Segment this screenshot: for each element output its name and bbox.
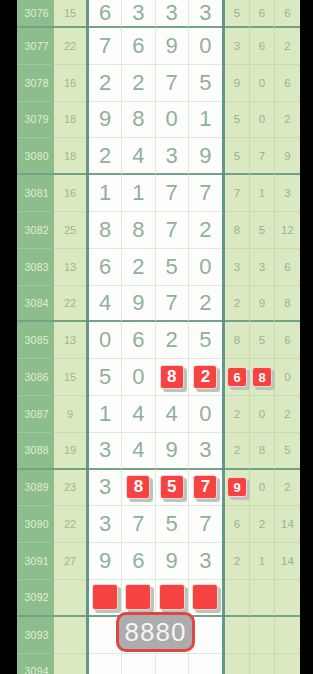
highlighted-digit: 7 [193, 475, 217, 499]
stat-cell: 6 [225, 506, 250, 543]
draw-row: 3077 22 7 6 9 0 3 6 2 [17, 28, 300, 65]
draw-row: 3084 22 4 9 7 2 2 9 8 [17, 286, 300, 323]
issue-number-cell: 3076 [17, 0, 54, 28]
digit-cell: 0 [122, 359, 155, 396]
draw-row: 3078 16 2 2 7 5 9 0 6 [17, 65, 300, 102]
stat-cell [225, 580, 250, 617]
digit-cell: 9 [189, 138, 222, 175]
trend-chart-table: 3076 15 6 3 3 3 5 6 6 3077 22 7 6 9 0 3 … [17, 0, 300, 674]
stat-cell: 5 [225, 0, 250, 28]
issue-number-cell: 3088 [17, 433, 54, 470]
draw-row: 3086 15 5 0 8 2 6 8 0 [17, 359, 300, 396]
stat-cell [250, 580, 275, 617]
issue-number-cell: 3093 [17, 617, 54, 654]
digit-cell [89, 580, 122, 617]
sum-cell [54, 617, 86, 654]
digit-cell: 2 [122, 249, 155, 286]
stat-cell: 2 [275, 470, 300, 507]
stat-cell: 9 [275, 138, 300, 175]
digit-cell: 2 [122, 65, 155, 102]
digit-cell: 7 [122, 506, 155, 543]
sum-cell: 13 [54, 322, 86, 359]
red-marker [159, 584, 185, 610]
stat-cell: 5 [250, 212, 275, 249]
digit-cell: 6 [89, 0, 122, 28]
stat-cell: 8 [250, 433, 275, 470]
draw-row: 3090 22 3 7 5 7 6 2 14 [17, 506, 300, 543]
digit-cell: 2 [89, 138, 122, 175]
stat-cell: 8 [225, 212, 250, 249]
sum-cell: 22 [54, 28, 86, 65]
digit-cell: 6 [122, 543, 155, 580]
issue-number-cell: 3086 [17, 359, 54, 396]
digit-cell: 0 [156, 102, 189, 139]
draw-row: 3080 18 2 4 3 9 5 7 9 [17, 138, 300, 175]
stat-cell: 6 [250, 0, 275, 28]
draw-row: 3087 9 1 4 4 0 2 0 2 [17, 396, 300, 433]
stat-cell: 1 [250, 175, 275, 212]
stat-cell: 9 [225, 65, 250, 102]
issue-number-cell: 3084 [17, 286, 54, 323]
digit-cell: 6 [122, 322, 155, 359]
stat-cell: 6 [275, 0, 300, 28]
digit-cell: 3 [156, 0, 189, 28]
sum-cell: 18 [54, 102, 86, 139]
highlighted-digit: 8 [160, 365, 184, 389]
digit-cell: 0 [189, 28, 222, 65]
draw-row: 3085 13 0 6 2 5 8 5 6 [17, 322, 300, 359]
draw-row: 3081 16 1 1 7 7 7 1 3 [17, 175, 300, 212]
digit-cell: 4 [122, 433, 155, 470]
stat-cell: 8 [250, 359, 275, 396]
issue-number-cell: 3082 [17, 212, 54, 249]
digit-cell: 7 [189, 175, 222, 212]
stat-cell: 7 [225, 175, 250, 212]
stat-cell: 0 [250, 102, 275, 139]
issue-number-cell: 3094 [17, 654, 54, 674]
sum-cell: 9 [54, 396, 86, 433]
issue-number-cell: 3081 [17, 175, 54, 212]
sum-cell: 27 [54, 543, 86, 580]
stat-cell: 2 [225, 286, 250, 323]
digit-cell: 7 [156, 65, 189, 102]
stat-cell: 6 [275, 249, 300, 286]
sum-cell: 19 [54, 433, 86, 470]
issue-number-cell: 3091 [17, 543, 54, 580]
sum-cell [54, 580, 86, 617]
draw-row: 3083 13 6 2 5 0 3 3 6 [17, 249, 300, 286]
digit-cell: 4 [122, 396, 155, 433]
sum-cell: 22 [54, 286, 86, 323]
issue-number-cell: 3090 [17, 506, 54, 543]
stat-cell: 9 [250, 286, 275, 323]
digit-cell: 8 [89, 212, 122, 249]
digit-cell: 7 [189, 506, 222, 543]
digit-cell: 5 [156, 470, 189, 507]
digit-cell: 8 [122, 212, 155, 249]
stat-cell: 2 [275, 102, 300, 139]
digit-cell [89, 654, 122, 674]
digit-cell: 7 [89, 28, 122, 65]
draw-row: 3082 25 8 8 7 2 8 5 12 [17, 212, 300, 249]
sum-cell: 15 [54, 0, 86, 28]
digit-cell: 5 [89, 359, 122, 396]
stat-cell: 3 [275, 175, 300, 212]
stat-cell: 3 [225, 28, 250, 65]
digit-cell: 9 [156, 28, 189, 65]
stat-cell: 5 [250, 322, 275, 359]
stat-cell: 0 [250, 470, 275, 507]
draw-row: 3088 19 3 4 9 3 2 8 5 [17, 433, 300, 470]
digit-cell: 4 [156, 396, 189, 433]
stat-cell: 2 [225, 433, 250, 470]
issue-number-cell: 3077 [17, 28, 54, 65]
digit-cell: 9 [122, 286, 155, 323]
digit-cell: 2 [89, 65, 122, 102]
stat-cell [275, 654, 300, 674]
red-marker [192, 584, 218, 610]
draw-result-overlay: 8880 [116, 612, 195, 652]
draw-row: 3076 15 6 3 3 3 5 6 6 [17, 0, 300, 28]
digit-cell: 3 [189, 0, 222, 28]
digit-cell: 6 [122, 28, 155, 65]
stat-cell: 3 [250, 249, 275, 286]
digit-cell: 0 [189, 249, 222, 286]
digit-cell: 5 [156, 506, 189, 543]
sum-cell: 16 [54, 65, 86, 102]
stat-cell: 0 [250, 65, 275, 102]
stat-cell: 12 [275, 212, 300, 249]
stat-cell: 6 [275, 322, 300, 359]
digit-cell: 8 [156, 359, 189, 396]
digit-cell: 4 [89, 286, 122, 323]
sum-cell: 18 [54, 138, 86, 175]
digit-cell: 9 [156, 433, 189, 470]
stat-cell: 9 [225, 470, 250, 507]
stat-cell: 6 [225, 359, 250, 396]
digit-cell: 5 [156, 249, 189, 286]
highlighted-digit: 6 [227, 367, 247, 387]
issue-number-cell: 3085 [17, 322, 54, 359]
stat-cell [275, 617, 300, 654]
sum-cell: 23 [54, 470, 86, 507]
draw-row: 3094 [17, 654, 300, 674]
stat-cell: 2 [275, 396, 300, 433]
digit-cell: 1 [189, 102, 222, 139]
digit-cell: 7 [189, 470, 222, 507]
digit-cell: 8 [122, 470, 155, 507]
digit-cell: 0 [189, 396, 222, 433]
sum-cell [54, 654, 86, 674]
stat-cell: 14 [275, 506, 300, 543]
digit-cell: 1 [122, 175, 155, 212]
digit-cell: 2 [189, 212, 222, 249]
highlighted-digit: 5 [160, 475, 184, 499]
digit-cell: 5 [189, 65, 222, 102]
highlighted-digit: 8 [126, 475, 150, 499]
highlighted-digit: 8 [252, 367, 272, 387]
stat-cell: 14 [275, 543, 300, 580]
issue-number-cell: 3080 [17, 138, 54, 175]
sum-cell: 22 [54, 506, 86, 543]
digit-cell: 9 [89, 543, 122, 580]
digit-cell: 3 [189, 433, 222, 470]
stat-cell [250, 654, 275, 674]
issue-number-cell: 3083 [17, 249, 54, 286]
stat-cell: 2 [225, 543, 250, 580]
digit-cell: 9 [156, 543, 189, 580]
issue-number-cell: 3089 [17, 470, 54, 507]
stat-cell [225, 654, 250, 674]
stat-cell [275, 580, 300, 617]
stat-cell: 1 [250, 543, 275, 580]
stat-cell: 2 [250, 506, 275, 543]
stat-cell: 5 [225, 138, 250, 175]
issue-number-cell: 3092 [17, 580, 54, 617]
digit-cell: 7 [156, 175, 189, 212]
stat-cell: 5 [275, 433, 300, 470]
highlighted-digit: 9 [227, 477, 247, 497]
digit-cell: 4 [122, 138, 155, 175]
digit-cell [189, 580, 222, 617]
digit-cell: 7 [156, 286, 189, 323]
stat-cell: 8 [275, 286, 300, 323]
sum-cell: 15 [54, 359, 86, 396]
digit-cell: 3 [89, 470, 122, 507]
digit-cell [189, 654, 222, 674]
digit-cell: 8 [122, 102, 155, 139]
digit-cell: 1 [89, 396, 122, 433]
digit-cell: 2 [156, 322, 189, 359]
digit-cell: 0 [89, 322, 122, 359]
stat-cell: 5 [225, 102, 250, 139]
stat-cell: 2 [225, 396, 250, 433]
draw-row: 3091 27 9 6 9 3 2 1 14 [17, 543, 300, 580]
digit-cell: 1 [89, 175, 122, 212]
issue-number-cell: 3079 [17, 102, 54, 139]
issue-number-cell: 3078 [17, 65, 54, 102]
digit-cell: 7 [156, 212, 189, 249]
digit-cell: 5 [189, 322, 222, 359]
stat-cell: 0 [250, 396, 275, 433]
stat-cell: 0 [275, 359, 300, 396]
digit-cell: 3 [122, 0, 155, 28]
sum-cell: 13 [54, 249, 86, 286]
stat-cell: 6 [275, 65, 300, 102]
stat-cell: 6 [250, 28, 275, 65]
digit-cell: 6 [89, 249, 122, 286]
digit-cell: 3 [189, 543, 222, 580]
red-marker [125, 584, 151, 610]
stat-cell: 7 [250, 138, 275, 175]
stat-cell: 2 [275, 28, 300, 65]
digit-cell: 3 [156, 138, 189, 175]
red-marker [92, 584, 118, 610]
stat-cell [250, 617, 275, 654]
digit-cell: 2 [189, 359, 222, 396]
stat-cell: 8 [225, 322, 250, 359]
issue-number-cell: 3087 [17, 396, 54, 433]
digit-cell: 9 [89, 102, 122, 139]
stat-cell [225, 617, 250, 654]
digit-cell: 3 [89, 433, 122, 470]
digit-cell [156, 654, 189, 674]
digit-cell [122, 654, 155, 674]
lottery-trend-screen: 3076 15 6 3 3 3 5 6 6 3077 22 7 6 9 0 3 … [0, 0, 313, 674]
sum-cell: 16 [54, 175, 86, 212]
highlighted-digit: 2 [193, 365, 217, 389]
draw-row: 3079 18 9 8 0 1 5 0 2 [17, 102, 300, 139]
digit-cell: 2 [189, 286, 222, 323]
draw-row: 3089 23 3 8 5 7 9 0 2 [17, 470, 300, 507]
digit-cell: 3 [89, 506, 122, 543]
stat-cell: 3 [225, 249, 250, 286]
sum-cell: 25 [54, 212, 86, 249]
